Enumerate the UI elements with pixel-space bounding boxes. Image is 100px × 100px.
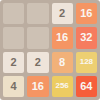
tile-4: 4 — [3, 76, 24, 97]
empty-cell — [3, 3, 24, 24]
empty-cell — [27, 3, 48, 24]
tile-64: 64 — [76, 76, 97, 97]
tile-32: 32 — [76, 27, 97, 48]
tile-16: 16 — [76, 3, 97, 24]
board-2048[interactable]: 216163222812841625664 — [0, 0, 100, 100]
tile-128: 128 — [76, 52, 97, 73]
tile-256: 256 — [52, 76, 73, 97]
tile-2: 2 — [52, 3, 73, 24]
tile-8: 8 — [52, 52, 73, 73]
empty-cell — [27, 27, 48, 48]
tile-2: 2 — [3, 52, 24, 73]
tile-2: 2 — [27, 52, 48, 73]
empty-cell — [3, 27, 24, 48]
tile-16: 16 — [27, 76, 48, 97]
tile-16: 16 — [52, 27, 73, 48]
